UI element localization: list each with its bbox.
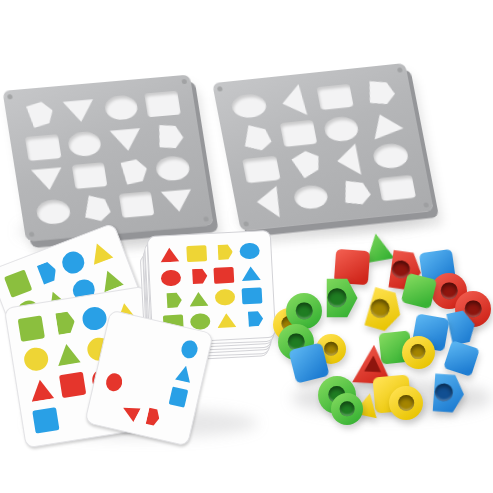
board-hole-circle: [33, 197, 74, 228]
card-shape-yellow-circle: [20, 343, 53, 375]
board-hole-square: [116, 189, 157, 220]
board-hole-square: [142, 89, 183, 120]
piece-yellow-hexagon[interactable]: [354, 283, 406, 335]
card-shape-red-hexagon: [185, 266, 210, 287]
card-shape-red-circle: [102, 370, 126, 396]
board-hole-square: [314, 82, 357, 113]
board-hole-triangle: [158, 186, 199, 217]
hexagon-shape: [354, 283, 406, 335]
board-hole-circle: [152, 153, 193, 184]
card-shape-empty: [113, 322, 137, 348]
board-hole-triangle: [246, 186, 289, 217]
board-hole-hexagon: [332, 177, 375, 208]
card-shape-red-triangle: [25, 374, 58, 406]
piece-hole: [328, 288, 347, 307]
board-hole-square: [23, 132, 64, 163]
board-hole-triangle: [28, 164, 69, 195]
piece-hole: [398, 395, 414, 411]
card-shape-empty: [161, 409, 185, 435]
card-shape-blue-circle: [237, 240, 262, 261]
card-shape-blue-circle: [178, 337, 202, 363]
piece-hole: [296, 302, 313, 319]
card-shape-blue-triangle: [172, 361, 196, 387]
card-shape-red-triangle: [118, 399, 142, 425]
piece-yellow-circle[interactable]: [402, 336, 435, 369]
board-hole-square: [69, 161, 110, 192]
board-hole-triangle: [271, 86, 314, 117]
card-shape-red-hexagon: [140, 404, 164, 430]
circle-shape: [389, 386, 423, 420]
card-shape-red-triangle: [157, 245, 182, 266]
board-hole-square: [375, 172, 418, 203]
card-shape-yellow-square: [184, 243, 209, 264]
card-shape-blue-triangle: [239, 263, 264, 284]
board-hole-hexagon: [74, 193, 115, 224]
board-hole-hexagon: [234, 122, 277, 153]
piece-yellow-circle[interactable]: [389, 386, 423, 420]
card-shape-green-hexagon: [47, 307, 80, 339]
board-hole-circle: [228, 91, 271, 122]
board-hole-circle: [289, 182, 332, 213]
board-right[interactable]: [212, 63, 434, 231]
card-shape-yellow-hexagon: [211, 242, 236, 263]
piece-green-circle[interactable]: [331, 393, 363, 425]
card-shape-blue-square: [30, 405, 63, 437]
board-hole-hexagon: [17, 99, 58, 130]
board-hole-triangle: [59, 96, 100, 127]
board-hole-square: [240, 154, 283, 185]
card-shape-empty: [145, 380, 169, 406]
card-shape-empty: [124, 375, 148, 401]
card-shape-empty: [156, 332, 180, 358]
piece-hole: [324, 342, 338, 356]
board-hole-circle: [64, 128, 105, 159]
board-hole-triangle: [326, 145, 369, 176]
card-shape-green-triangle: [186, 289, 211, 310]
piece-blue-hexagon[interactable]: [423, 372, 466, 415]
card-shape-red-square: [212, 264, 237, 285]
card-shape-empty: [151, 356, 175, 382]
board-hole-hexagon: [283, 150, 326, 181]
card-shape-green-hexagon: [160, 290, 185, 311]
card-shape-empty: [107, 346, 131, 372]
board-hole-hexagon: [111, 157, 152, 188]
card-shape-green-square: [15, 312, 48, 344]
piece-hole: [368, 297, 392, 321]
card-shape-green-triangle: [51, 338, 84, 370]
circle-shape: [402, 336, 435, 369]
card-shape-empty: [135, 327, 159, 353]
board-hole-triangle: [363, 109, 406, 140]
piece-hole: [340, 401, 355, 416]
board-hole-hexagon: [147, 121, 188, 152]
board-hole-circle: [101, 92, 142, 123]
card-shape-blue-square: [240, 286, 265, 307]
board-hole-square: [277, 118, 320, 149]
board-hole-hexagon: [357, 77, 400, 108]
card-shape-blue-hexagon: [241, 308, 266, 329]
piece-hole: [363, 353, 383, 373]
board-hole-triangle: [106, 125, 147, 156]
card-shape-yellow-triangle: [214, 310, 239, 331]
card-shape-yellow-circle: [213, 287, 238, 308]
board-hole-circle: [320, 113, 363, 144]
hexagon-shape: [317, 278, 358, 319]
board-left[interactable]: [2, 75, 213, 242]
piece-hole: [410, 344, 425, 359]
hexagon-shape: [423, 372, 466, 415]
card-shape-red-square: [56, 369, 89, 401]
card-shape-red-circle: [158, 267, 183, 288]
card-shape-blue-square: [167, 385, 191, 411]
piece-hole: [434, 383, 454, 403]
board-hole-circle: [369, 141, 412, 172]
card-shape-empty: [129, 351, 153, 377]
scene: [0, 0, 493, 493]
piece-green-hexagon[interactable]: [317, 278, 358, 319]
card-shape-empty: [96, 394, 120, 420]
circle-shape: [331, 393, 363, 425]
